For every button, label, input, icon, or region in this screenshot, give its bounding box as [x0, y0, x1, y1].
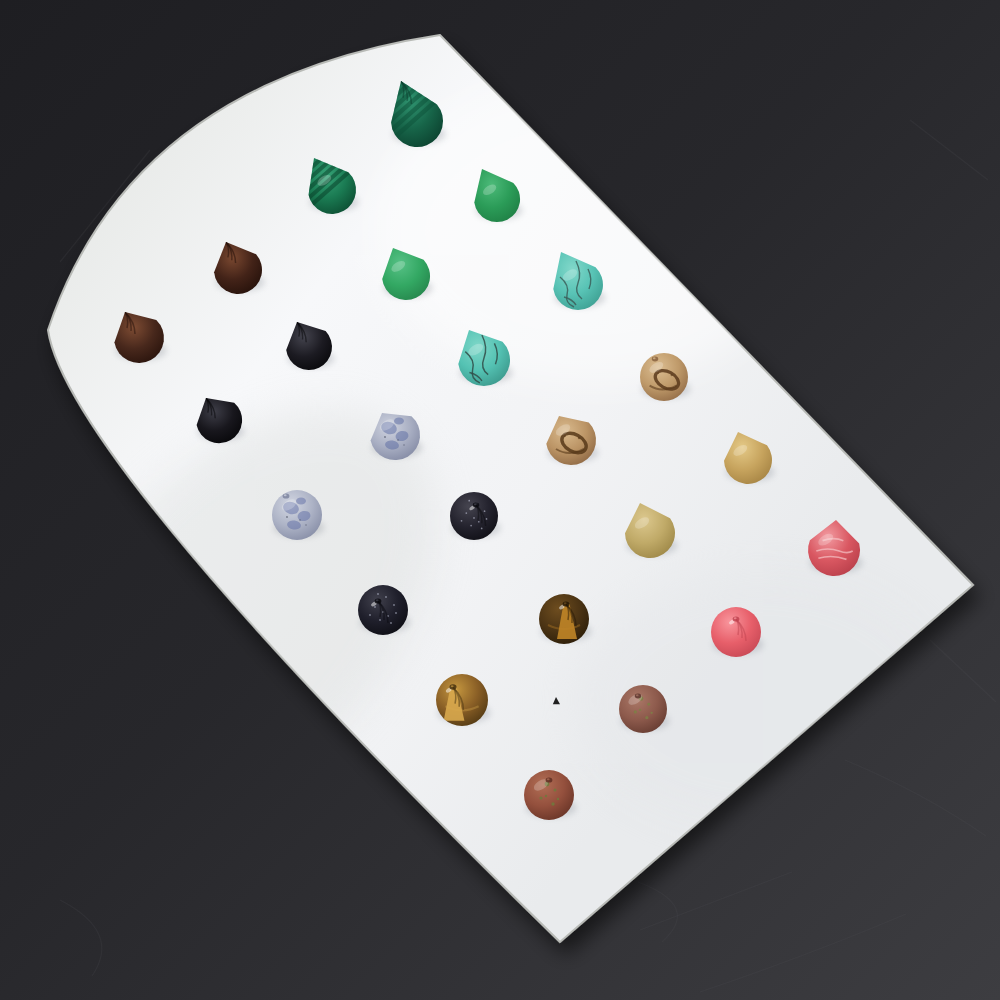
stone-unakite-12 — [524, 770, 574, 820]
stone-picture-jasper-6 — [640, 353, 688, 401]
stone-blue-goldstone-9 — [358, 585, 408, 635]
stone-tiger-eye-11 — [436, 674, 488, 726]
stone-sodalite-7 — [272, 490, 322, 540]
product-photo: 24 teardrop cone gemstone cabochon ear s… — [0, 0, 1000, 1000]
stone-unakite-12 — [619, 685, 667, 733]
photo-canvas — [0, 0, 1000, 1000]
stone-pink-malachite-10 — [711, 607, 761, 657]
stone-tiger-eye-11 — [539, 594, 589, 644]
stone-blue-goldstone-9 — [450, 492, 498, 540]
